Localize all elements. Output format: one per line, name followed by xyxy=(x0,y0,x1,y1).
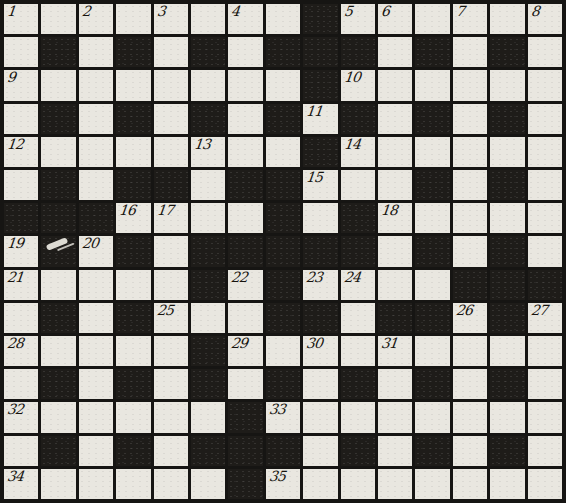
black-cell-r1c13 xyxy=(490,37,524,67)
cell-r11c0[interactable] xyxy=(4,369,38,399)
crossword-board: 1234567891011121314151617181920212223242… xyxy=(0,0,566,503)
black-cell-r7c9 xyxy=(341,236,375,266)
black-cell-r8c13 xyxy=(490,270,524,300)
clue-number-3: 3 xyxy=(156,3,166,19)
cell-r5c0[interactable] xyxy=(4,170,38,200)
cell-r4c11[interactable] xyxy=(415,137,449,167)
cell-r8c6[interactable]: 22 xyxy=(228,270,262,300)
black-cell-r9c7 xyxy=(266,303,300,333)
cell-r0c1[interactable] xyxy=(41,4,75,34)
clue-number-8: 8 xyxy=(530,3,540,19)
cell-r6c11[interactable] xyxy=(415,203,449,233)
cell-r11c10[interactable] xyxy=(378,369,412,399)
cell-r3c8[interactable]: 11 xyxy=(303,104,337,134)
cell-r12c12[interactable] xyxy=(453,402,487,432)
cell-r12c2[interactable] xyxy=(79,402,113,432)
clue-number-16: 16 xyxy=(118,202,136,218)
cell-r12c10[interactable] xyxy=(378,402,412,432)
clue-number-32: 32 xyxy=(6,401,24,417)
black-cell-r1c1 xyxy=(41,37,75,67)
black-cell-r8c5 xyxy=(191,270,225,300)
clue-number-24: 24 xyxy=(343,269,361,285)
black-cell-r0c8 xyxy=(303,4,337,34)
cell-r7c2[interactable]: 20 xyxy=(79,236,113,266)
black-cell-r3c3 xyxy=(116,104,150,134)
cell-r1c2[interactable] xyxy=(79,37,113,67)
cell-r0c11[interactable] xyxy=(415,4,449,34)
cell-r4c6[interactable] xyxy=(228,137,262,167)
black-cell-r3c11 xyxy=(415,104,449,134)
cell-r2c1[interactable] xyxy=(41,70,75,100)
black-cell-r9c10 xyxy=(378,303,412,333)
cell-r4c0[interactable]: 12 xyxy=(4,137,38,167)
clue-number-11: 11 xyxy=(305,103,323,119)
cell-r7c0[interactable]: 19 xyxy=(4,236,38,266)
cell-r4c13[interactable] xyxy=(490,137,524,167)
cell-r12c0[interactable]: 32 xyxy=(4,402,38,432)
cell-r3c4[interactable] xyxy=(154,104,188,134)
cell-r12c5[interactable] xyxy=(191,402,225,432)
black-cell-r13c5 xyxy=(191,436,225,466)
black-cell-r9c3 xyxy=(116,303,150,333)
cell-r14c11[interactable] xyxy=(415,469,449,499)
cell-r7c14[interactable] xyxy=(528,236,562,266)
black-cell-r14c6 xyxy=(228,469,262,499)
cell-r5c12[interactable] xyxy=(453,170,487,200)
cell-r12c9[interactable] xyxy=(341,402,375,432)
cell-r8c11[interactable] xyxy=(415,270,449,300)
cell-r9c4[interactable]: 25 xyxy=(154,303,188,333)
cell-r13c12[interactable] xyxy=(453,436,487,466)
black-cell-r4c8 xyxy=(303,137,337,167)
cell-r3c14[interactable] xyxy=(528,104,562,134)
cell-r7c10[interactable] xyxy=(378,236,412,266)
black-cell-r6c1 xyxy=(41,203,75,233)
cell-r9c14[interactable]: 27 xyxy=(528,303,562,333)
cell-r2c10[interactable] xyxy=(378,70,412,100)
clue-number-34: 34 xyxy=(6,468,24,484)
cell-r9c2[interactable] xyxy=(79,303,113,333)
cell-r0c2[interactable]: 2 xyxy=(79,4,113,34)
cell-r1c4[interactable] xyxy=(154,37,188,67)
cell-r10c2[interactable] xyxy=(79,336,113,366)
black-cell-r8c7 xyxy=(266,270,300,300)
cell-r3c0[interactable] xyxy=(4,104,38,134)
cell-r13c8[interactable] xyxy=(303,436,337,466)
clue-number-27: 27 xyxy=(530,302,548,318)
cell-r10c11[interactable] xyxy=(415,336,449,366)
cell-r10c7[interactable] xyxy=(266,336,300,366)
clue-number-6: 6 xyxy=(380,3,390,19)
cell-r8c10[interactable] xyxy=(378,270,412,300)
cell-r6c3[interactable]: 16 xyxy=(116,203,150,233)
cell-r14c5[interactable] xyxy=(191,469,225,499)
black-cell-r11c9 xyxy=(341,369,375,399)
cell-r10c14[interactable] xyxy=(528,336,562,366)
black-cell-r7c13 xyxy=(490,236,524,266)
black-cell-r9c8 xyxy=(303,303,337,333)
cell-r10c6[interactable]: 29 xyxy=(228,336,262,366)
black-cell-r5c1 xyxy=(41,170,75,200)
cell-r8c8[interactable]: 23 xyxy=(303,270,337,300)
cell-r5c8[interactable]: 15 xyxy=(303,170,337,200)
black-cell-r7c1 xyxy=(41,236,75,266)
black-cell-r5c4 xyxy=(154,170,188,200)
cell-r8c1[interactable] xyxy=(41,270,75,300)
black-cell-r7c8 xyxy=(303,236,337,266)
cell-r14c13[interactable] xyxy=(490,469,524,499)
cell-r4c5[interactable]: 13 xyxy=(191,137,225,167)
cell-r12c7[interactable]: 33 xyxy=(266,402,300,432)
cell-r4c10[interactable] xyxy=(378,137,412,167)
cell-r2c2[interactable] xyxy=(79,70,113,100)
cell-r1c0[interactable] xyxy=(4,37,38,67)
black-cell-r3c5 xyxy=(191,104,225,134)
cell-r11c4[interactable] xyxy=(154,369,188,399)
black-cell-r7c7 xyxy=(266,236,300,266)
clue-number-33: 33 xyxy=(268,401,286,417)
cell-r11c6[interactable] xyxy=(228,369,262,399)
cell-r5c14[interactable] xyxy=(528,170,562,200)
clue-number-31: 31 xyxy=(380,335,398,351)
cell-r0c5[interactable] xyxy=(191,4,225,34)
black-cell-r13c7 xyxy=(266,436,300,466)
black-cell-r1c7 xyxy=(266,37,300,67)
cell-r0c6[interactable]: 4 xyxy=(228,4,262,34)
cell-r5c5[interactable] xyxy=(191,170,225,200)
black-cell-r5c11 xyxy=(415,170,449,200)
clue-number-22: 22 xyxy=(231,269,249,285)
cell-r11c12[interactable] xyxy=(453,369,487,399)
cell-r10c0[interactable]: 28 xyxy=(4,336,38,366)
cell-r1c10[interactable] xyxy=(378,37,412,67)
cell-r8c2[interactable] xyxy=(79,270,113,300)
cell-r2c12[interactable] xyxy=(453,70,487,100)
cell-r3c12[interactable] xyxy=(453,104,487,134)
cell-r12c4[interactable] xyxy=(154,402,188,432)
black-cell-r3c7 xyxy=(266,104,300,134)
cell-r6c12[interactable] xyxy=(453,203,487,233)
cell-r4c7[interactable] xyxy=(266,137,300,167)
black-cell-r1c5 xyxy=(191,37,225,67)
cell-r5c9[interactable] xyxy=(341,170,375,200)
black-cell-r7c3 xyxy=(116,236,150,266)
cell-r6c6[interactable] xyxy=(228,203,262,233)
black-cell-r5c3 xyxy=(116,170,150,200)
black-cell-r7c6 xyxy=(228,236,262,266)
cell-r14c12[interactable] xyxy=(453,469,487,499)
black-cell-r13c9 xyxy=(341,436,375,466)
black-cell-r1c3 xyxy=(116,37,150,67)
cell-r10c8[interactable]: 30 xyxy=(303,336,337,366)
clue-number-13: 13 xyxy=(193,136,211,152)
cell-r2c14[interactable] xyxy=(528,70,562,100)
black-cell-r13c3 xyxy=(116,436,150,466)
black-cell-r8c14 xyxy=(528,270,562,300)
black-cell-r1c11 xyxy=(415,37,449,67)
cell-r9c0[interactable] xyxy=(4,303,38,333)
cell-r12c8[interactable] xyxy=(303,402,337,432)
clue-number-1: 1 xyxy=(6,3,16,19)
black-cell-r3c1 xyxy=(41,104,75,134)
clue-number-20: 20 xyxy=(81,235,99,251)
clue-number-15: 15 xyxy=(305,169,323,185)
clue-number-18: 18 xyxy=(380,202,398,218)
black-cell-r11c13 xyxy=(490,369,524,399)
clue-number-7: 7 xyxy=(455,3,465,19)
cell-r3c2[interactable] xyxy=(79,104,113,134)
clue-number-12: 12 xyxy=(6,136,24,152)
cell-r12c3[interactable] xyxy=(116,402,150,432)
clue-number-29: 29 xyxy=(231,335,249,351)
black-cell-r13c13 xyxy=(490,436,524,466)
cell-r0c14[interactable]: 8 xyxy=(528,4,562,34)
cell-r9c9[interactable] xyxy=(341,303,375,333)
cell-r8c9[interactable]: 24 xyxy=(341,270,375,300)
cell-r0c12[interactable]: 7 xyxy=(453,4,487,34)
cell-r2c9[interactable]: 10 xyxy=(341,70,375,100)
black-cell-r5c6 xyxy=(228,170,262,200)
black-cell-r11c11 xyxy=(415,369,449,399)
black-cell-r11c5 xyxy=(191,369,225,399)
cell-r14c10[interactable] xyxy=(378,469,412,499)
cell-r2c3[interactable] xyxy=(116,70,150,100)
clue-number-9: 9 xyxy=(6,69,16,85)
clue-number-5: 5 xyxy=(343,3,353,19)
cell-r12c11[interactable] xyxy=(415,402,449,432)
cell-r12c1[interactable] xyxy=(41,402,75,432)
cell-r4c2[interactable] xyxy=(79,137,113,167)
black-cell-r2c8 xyxy=(303,70,337,100)
black-cell-r13c11 xyxy=(415,436,449,466)
black-cell-r9c13 xyxy=(490,303,524,333)
cell-r14c14[interactable] xyxy=(528,469,562,499)
clue-number-4: 4 xyxy=(231,3,241,19)
cell-r9c6[interactable] xyxy=(228,303,262,333)
clue-number-28: 28 xyxy=(6,335,24,351)
cell-r4c12[interactable] xyxy=(453,137,487,167)
cell-r13c10[interactable] xyxy=(378,436,412,466)
cell-r13c4[interactable] xyxy=(154,436,188,466)
black-cell-r3c13 xyxy=(490,104,524,134)
cell-r14c2[interactable] xyxy=(79,469,113,499)
cell-r1c14[interactable] xyxy=(528,37,562,67)
cell-r6c13[interactable] xyxy=(490,203,524,233)
cell-r14c7[interactable]: 35 xyxy=(266,469,300,499)
cell-r13c14[interactable] xyxy=(528,436,562,466)
cell-r0c13[interactable] xyxy=(490,4,524,34)
cell-r0c10[interactable]: 6 xyxy=(378,4,412,34)
cell-r11c14[interactable] xyxy=(528,369,562,399)
cell-r13c2[interactable] xyxy=(79,436,113,466)
cell-r14c4[interactable] xyxy=(154,469,188,499)
black-cell-r6c2 xyxy=(79,203,113,233)
black-cell-r7c11 xyxy=(415,236,449,266)
cell-r10c4[interactable] xyxy=(154,336,188,366)
cell-r14c9[interactable] xyxy=(341,469,375,499)
cell-r6c4[interactable]: 17 xyxy=(154,203,188,233)
cell-r11c2[interactable] xyxy=(79,369,113,399)
black-cell-r7c5 xyxy=(191,236,225,266)
black-cell-r10c5 xyxy=(191,336,225,366)
cell-r4c9[interactable]: 14 xyxy=(341,137,375,167)
cell-r8c0[interactable]: 21 xyxy=(4,270,38,300)
cell-r10c10[interactable]: 31 xyxy=(378,336,412,366)
cell-r6c8[interactable] xyxy=(303,203,337,233)
cell-r3c10[interactable] xyxy=(378,104,412,134)
black-cell-r1c9 xyxy=(341,37,375,67)
black-cell-r6c7 xyxy=(266,203,300,233)
cell-r2c5[interactable] xyxy=(191,70,225,100)
cell-r9c12[interactable]: 26 xyxy=(453,303,487,333)
clue-number-19: 19 xyxy=(6,235,24,251)
cell-r4c1[interactable] xyxy=(41,137,75,167)
cell-r1c12[interactable] xyxy=(453,37,487,67)
cell-r14c0[interactable]: 34 xyxy=(4,469,38,499)
cell-r2c4[interactable] xyxy=(154,70,188,100)
cell-r14c1[interactable] xyxy=(41,469,75,499)
clue-number-17: 17 xyxy=(156,202,174,218)
cell-r10c13[interactable] xyxy=(490,336,524,366)
cell-r2c6[interactable] xyxy=(228,70,262,100)
cell-r6c5[interactable] xyxy=(191,203,225,233)
cell-r12c14[interactable] xyxy=(528,402,562,432)
cell-r5c2[interactable] xyxy=(79,170,113,200)
clue-number-30: 30 xyxy=(305,335,323,351)
clue-number-26: 26 xyxy=(455,302,473,318)
black-cell-r6c9 xyxy=(341,203,375,233)
cell-r7c4[interactable] xyxy=(154,236,188,266)
cell-r10c9[interactable] xyxy=(341,336,375,366)
cell-r12c13[interactable] xyxy=(490,402,524,432)
cell-r13c0[interactable] xyxy=(4,436,38,466)
cell-r10c1[interactable] xyxy=(41,336,75,366)
clue-number-14: 14 xyxy=(343,136,361,152)
cell-r0c4[interactable]: 3 xyxy=(154,4,188,34)
cell-r0c3[interactable] xyxy=(116,4,150,34)
cell-r4c4[interactable] xyxy=(154,137,188,167)
cell-r0c0[interactable]: 1 xyxy=(4,4,38,34)
clue-number-25: 25 xyxy=(156,302,174,318)
cell-r8c3[interactable] xyxy=(116,270,150,300)
black-cell-r13c6 xyxy=(228,436,262,466)
clue-number-23: 23 xyxy=(305,269,323,285)
cell-r2c13[interactable] xyxy=(490,70,524,100)
black-cell-r13c1 xyxy=(41,436,75,466)
cell-r1c6[interactable] xyxy=(228,37,262,67)
cell-r2c0[interactable]: 9 xyxy=(4,70,38,100)
cell-r2c11[interactable] xyxy=(415,70,449,100)
black-cell-r12c6 xyxy=(228,402,262,432)
cell-r4c14[interactable] xyxy=(528,137,562,167)
black-cell-r11c1 xyxy=(41,369,75,399)
cell-r10c12[interactable] xyxy=(453,336,487,366)
cell-r0c7[interactable] xyxy=(266,4,300,34)
cell-r10c3[interactable] xyxy=(116,336,150,366)
cell-r4c3[interactable] xyxy=(116,137,150,167)
cell-r6c14[interactable] xyxy=(528,203,562,233)
cell-r8c4[interactable] xyxy=(154,270,188,300)
cell-r5c10[interactable] xyxy=(378,170,412,200)
black-cell-r5c13 xyxy=(490,170,524,200)
black-cell-r1c8 xyxy=(303,37,337,67)
clue-number-21: 21 xyxy=(6,269,24,285)
cell-r7c12[interactable] xyxy=(453,236,487,266)
cell-r0c9[interactable]: 5 xyxy=(341,4,375,34)
cell-r14c3[interactable] xyxy=(116,469,150,499)
cell-r14c8[interactable] xyxy=(303,469,337,499)
black-cell-r9c11 xyxy=(415,303,449,333)
black-cell-r5c7 xyxy=(266,170,300,200)
black-cell-r3c9 xyxy=(341,104,375,134)
clue-number-2: 2 xyxy=(81,3,91,19)
cell-r11c8[interactable] xyxy=(303,369,337,399)
cell-r9c5[interactable] xyxy=(191,303,225,333)
black-cell-r11c3 xyxy=(116,369,150,399)
black-cell-r9c1 xyxy=(41,303,75,333)
clue-number-35: 35 xyxy=(268,468,286,484)
cell-r6c10[interactable]: 18 xyxy=(378,203,412,233)
clue-number-10: 10 xyxy=(343,69,361,85)
cell-r3c6[interactable] xyxy=(228,104,262,134)
black-cell-r8c12 xyxy=(453,270,487,300)
black-cell-r11c7 xyxy=(266,369,300,399)
black-cell-r6c0 xyxy=(4,203,38,233)
cell-r2c7[interactable] xyxy=(266,70,300,100)
